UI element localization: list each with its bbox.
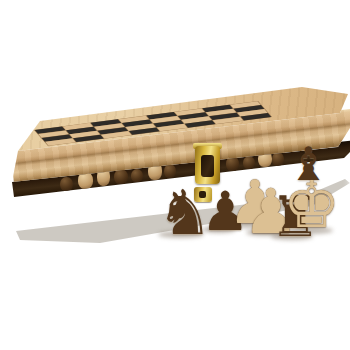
stored-piece-dark: [272, 152, 284, 166]
stored-piece-dark: [131, 169, 143, 182]
clasp-slot: [201, 155, 214, 177]
stored-piece-dark: [60, 177, 73, 191]
stored-piece-dark: [114, 169, 128, 184]
piece-king-light: ♚: [283, 173, 340, 237]
chess-box-photo: ♝ ♞♟♟♟♜♚: [0, 0, 350, 350]
